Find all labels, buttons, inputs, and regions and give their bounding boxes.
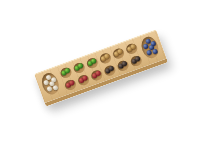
black-marble [108, 65, 114, 71]
pit-top-5[interactable] [111, 47, 125, 60]
product-photo [0, 0, 200, 150]
pit-top-4[interactable] [98, 52, 112, 65]
pit-bottom-5[interactable] [116, 59, 130, 72]
amber-marble [103, 53, 109, 59]
red-marble [82, 75, 88, 81]
black-marble [121, 60, 127, 66]
amber-marble [130, 43, 136, 49]
pit-top-6[interactable] [124, 42, 138, 55]
green-marble [90, 58, 96, 64]
pit-top-3[interactable] [85, 56, 99, 69]
pit-top-2[interactable] [72, 61, 86, 74]
amber-marble [117, 48, 123, 54]
pit-top-1[interactable] [58, 66, 72, 79]
pit-bottom-1[interactable] [63, 78, 77, 91]
blue-marble [151, 48, 157, 54]
green-marble [77, 62, 83, 68]
pit-bottom-4[interactable] [102, 64, 116, 77]
red-marble [95, 70, 101, 76]
green-marble [64, 67, 70, 73]
black-marble [134, 55, 140, 61]
pit-bottom-3[interactable] [89, 69, 103, 82]
pit-bottom-2[interactable] [76, 73, 90, 86]
pit-bottom-6[interactable] [129, 54, 143, 67]
mancala-board [34, 29, 168, 106]
red-marble [68, 79, 74, 85]
